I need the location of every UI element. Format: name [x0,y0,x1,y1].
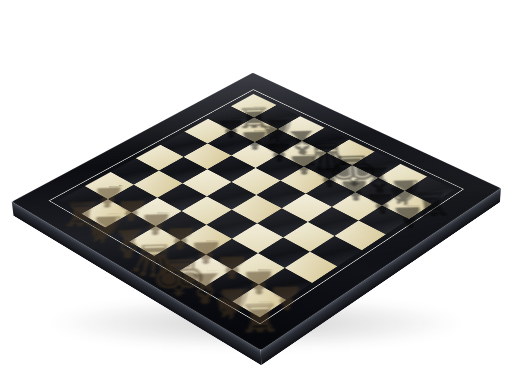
white-rook-icon: ♜ [236,254,281,304]
chess-board: ♜♞♟♝♟♛♟♚♟♝♟♞♟♟♜♟♟♜♟♟♞♟♝♟♛♟♚♟♝♟♞♜ ♜♞♟♝♟♛♟… [12,73,501,351]
product-photo: ♜♞♟♝♟♛♟♚♟♝♟♞♟♟♜♟♟♜♟♟♞♟♝♟♛♟♚♟♝♟♞♜ ♜♞♟♝♟♛♟… [0,0,510,366]
perspective-wrapper: ♜♞♟♝♟♛♟♚♟♝♟♞♟♟♜♟♟♜♟♟♞♟♝♟♛♟♚♟♝♟♞♜ ♜♞♟♝♟♛♟… [0,0,510,366]
board-tilt-wrapper: ♜♞♟♝♟♛♟♚♟♝♟♞♟♟♜♟♟♜♟♟♞♟♝♟♛♟♚♟♝♟♞♜ ♜♞♟♝♟♛♟… [0,0,510,366]
black-pawn-icon: ♟ [388,168,424,208]
